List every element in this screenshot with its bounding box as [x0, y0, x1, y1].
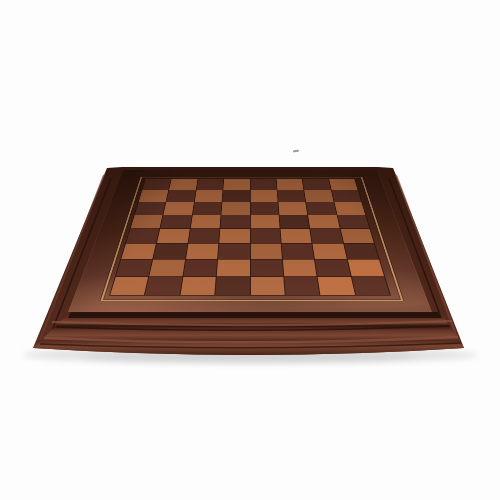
board-grid [110, 179, 390, 295]
square-b6 [154, 244, 188, 260]
square-c8 [180, 277, 216, 295]
base-front-molding [33, 312, 464, 355]
square-g3 [306, 202, 336, 215]
square-d4 [220, 215, 249, 228]
square-e4 [250, 215, 279, 228]
square-e2 [250, 190, 277, 202]
square-h8 [351, 277, 389, 295]
square-h3 [334, 202, 365, 215]
square-a3 [135, 202, 166, 215]
square-b4 [161, 215, 192, 228]
square-g6 [313, 244, 347, 260]
square-a5 [126, 229, 160, 243]
square-h2 [331, 190, 361, 202]
square-f3 [278, 202, 307, 215]
square-g1 [303, 179, 331, 190]
square-e6 [250, 244, 281, 260]
square-d1 [223, 179, 249, 190]
square-a4 [131, 215, 163, 228]
square-e8 [250, 277, 284, 295]
square-a7 [116, 260, 153, 277]
square-d6 [218, 244, 249, 260]
square-c6 [186, 244, 219, 260]
photo-scene [0, 0, 500, 500]
square-g7 [315, 260, 350, 277]
square-a2 [139, 190, 169, 202]
square-d5 [219, 229, 249, 243]
square-a1 [142, 179, 171, 190]
square-c7 [183, 260, 217, 277]
square-c1 [196, 179, 223, 190]
slab-edge [68, 312, 442, 318]
square-e1 [250, 179, 276, 190]
square-e3 [250, 202, 278, 215]
square-d8 [215, 277, 249, 295]
square-e5 [250, 229, 280, 243]
square-b7 [150, 260, 185, 277]
square-d3 [221, 202, 249, 215]
square-a6 [121, 244, 156, 260]
square-b5 [157, 229, 189, 243]
square-b3 [164, 202, 194, 215]
square-b2 [167, 190, 196, 202]
square-h5 [340, 229, 374, 243]
square-g8 [318, 277, 355, 295]
square-f5 [280, 229, 311, 243]
square-h7 [347, 260, 384, 277]
square-h6 [344, 244, 379, 260]
square-h4 [337, 215, 369, 228]
square-c2 [195, 190, 223, 202]
square-c5 [188, 229, 219, 243]
square-c4 [191, 215, 221, 228]
square-f8 [284, 277, 320, 295]
square-f6 [282, 244, 315, 260]
square-f4 [279, 215, 309, 228]
square-c3 [193, 202, 222, 215]
square-a8 [110, 277, 148, 295]
chessboard [68, 170, 432, 312]
square-d2 [222, 190, 249, 202]
square-b8 [145, 277, 182, 295]
square-g2 [304, 190, 333, 202]
square-f7 [283, 260, 317, 277]
square-f1 [277, 179, 304, 190]
square-g5 [310, 229, 342, 243]
square-e7 [250, 260, 283, 277]
square-h1 [329, 179, 358, 190]
square-f2 [277, 190, 305, 202]
square-b1 [169, 179, 197, 190]
square-d7 [217, 260, 250, 277]
square-g4 [308, 215, 339, 228]
